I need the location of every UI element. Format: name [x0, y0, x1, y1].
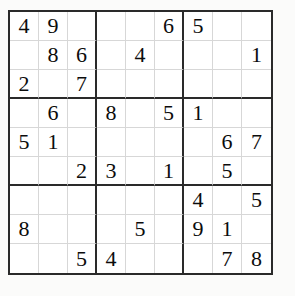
cell-r7c6[interactable] — [155, 186, 184, 215]
cell-r8c9[interactable] — [242, 215, 271, 244]
cell-r9c7[interactable] — [184, 244, 213, 273]
cell-r1c9[interactable] — [242, 12, 271, 41]
cell-r9c8[interactable]: 7 — [213, 244, 242, 273]
cell-r7c4[interactable] — [97, 186, 126, 215]
cell-r2c9[interactable]: 1 — [242, 41, 271, 70]
cell-r8c7[interactable]: 9 — [184, 215, 213, 244]
cell-r2c6[interactable] — [155, 41, 184, 70]
cell-r1c4[interactable] — [97, 12, 126, 41]
cell-r4c4[interactable]: 8 — [97, 99, 126, 128]
cell-r1c1[interactable]: 4 — [10, 12, 39, 41]
cell-r5c2[interactable]: 1 — [39, 128, 68, 157]
cell-r2c1[interactable] — [10, 41, 39, 70]
cell-r1c3[interactable] — [68, 12, 97, 41]
cell-r8c5[interactable]: 5 — [126, 215, 155, 244]
cell-r5c1[interactable]: 5 — [10, 128, 39, 157]
cell-r6c6[interactable]: 1 — [155, 157, 184, 186]
cell-r3c7[interactable] — [184, 70, 213, 99]
cell-r9c3[interactable]: 5 — [68, 244, 97, 273]
cell-r9c6[interactable] — [155, 244, 184, 273]
cell-r6c2[interactable] — [39, 157, 68, 186]
cell-r3c1[interactable]: 2 — [10, 70, 39, 99]
cell-r7c7[interactable]: 4 — [184, 186, 213, 215]
cell-r8c1[interactable]: 8 — [10, 215, 39, 244]
cell-r1c5[interactable] — [126, 12, 155, 41]
cell-r6c9[interactable] — [242, 157, 271, 186]
cell-r7c9[interactable]: 5 — [242, 186, 271, 215]
cell-r9c9[interactable]: 8 — [242, 244, 271, 273]
cell-r5c9[interactable]: 7 — [242, 128, 271, 157]
cell-r7c1[interactable] — [10, 186, 39, 215]
cell-r5c8[interactable]: 6 — [213, 128, 242, 157]
cell-r4c6[interactable]: 5 — [155, 99, 184, 128]
cell-r2c4[interactable] — [97, 41, 126, 70]
cell-r6c7[interactable] — [184, 157, 213, 186]
cell-r3c5[interactable] — [126, 70, 155, 99]
cell-r2c3[interactable]: 6 — [68, 41, 97, 70]
cell-r1c6[interactable]: 6 — [155, 12, 184, 41]
cell-r6c3[interactable]: 2 — [68, 157, 97, 186]
cell-r9c4[interactable]: 4 — [97, 244, 126, 273]
sudoku-page: 49658641276851516723154585915478 — [0, 0, 295, 275]
cell-r4c7[interactable]: 1 — [184, 99, 213, 128]
cell-r7c8[interactable] — [213, 186, 242, 215]
cell-r1c2[interactable]: 9 — [39, 12, 68, 41]
cell-r2c7[interactable] — [184, 41, 213, 70]
cell-r6c4[interactable]: 3 — [97, 157, 126, 186]
cell-r8c4[interactable] — [97, 215, 126, 244]
cell-r2c2[interactable]: 8 — [39, 41, 68, 70]
cell-r9c1[interactable] — [10, 244, 39, 273]
cell-r7c3[interactable] — [68, 186, 97, 215]
cell-r8c3[interactable] — [68, 215, 97, 244]
cell-r8c2[interactable] — [39, 215, 68, 244]
cell-r7c5[interactable] — [126, 186, 155, 215]
cell-r3c6[interactable] — [155, 70, 184, 99]
cell-r4c5[interactable] — [126, 99, 155, 128]
cell-r5c3[interactable] — [68, 128, 97, 157]
cell-r3c4[interactable] — [97, 70, 126, 99]
cell-r4c9[interactable] — [242, 99, 271, 128]
cell-r1c8[interactable] — [213, 12, 242, 41]
cell-r2c8[interactable] — [213, 41, 242, 70]
cell-r8c8[interactable]: 1 — [213, 215, 242, 244]
cell-r4c8[interactable] — [213, 99, 242, 128]
cell-r5c4[interactable] — [97, 128, 126, 157]
cell-r6c8[interactable]: 5 — [213, 157, 242, 186]
cell-r9c5[interactable] — [126, 244, 155, 273]
cell-r3c2[interactable] — [39, 70, 68, 99]
cell-r6c1[interactable] — [10, 157, 39, 186]
cell-r8c6[interactable] — [155, 215, 184, 244]
cell-r5c5[interactable] — [126, 128, 155, 157]
cell-r4c3[interactable] — [68, 99, 97, 128]
cell-r6c5[interactable] — [126, 157, 155, 186]
cell-r3c8[interactable] — [213, 70, 242, 99]
cell-r5c6[interactable] — [155, 128, 184, 157]
cell-r4c1[interactable] — [10, 99, 39, 128]
sudoku-board: 49658641276851516723154585915478 — [8, 10, 273, 275]
cell-r2c5[interactable]: 4 — [126, 41, 155, 70]
cell-r9c2[interactable] — [39, 244, 68, 273]
cell-r7c2[interactable] — [39, 186, 68, 215]
cell-r5c7[interactable] — [184, 128, 213, 157]
cell-r4c2[interactable]: 6 — [39, 99, 68, 128]
cell-r3c9[interactable] — [242, 70, 271, 99]
cell-r1c7[interactable]: 5 — [184, 12, 213, 41]
cell-r3c3[interactable]: 7 — [68, 70, 97, 99]
